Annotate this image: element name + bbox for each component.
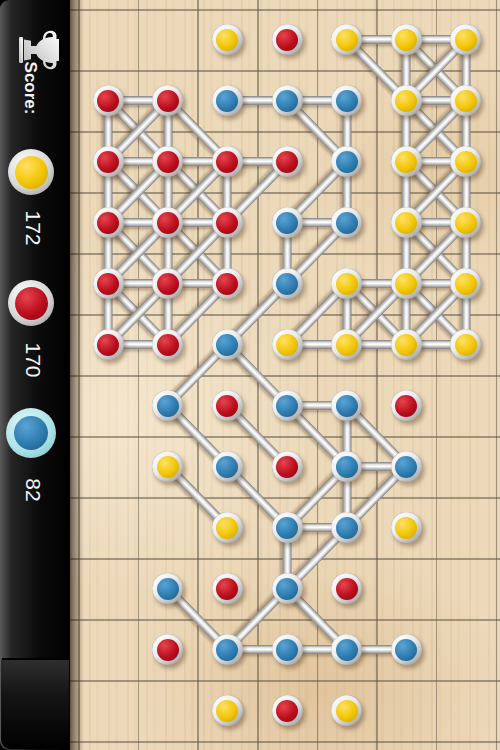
- peg-red[interactable]: [152, 634, 183, 665]
- peg-red[interactable]: [152, 207, 183, 238]
- peg-core: [336, 578, 358, 600]
- peg-blue[interactable]: [272, 573, 303, 604]
- peg-core: [395, 517, 417, 539]
- peg-core: [336, 456, 358, 478]
- peg-red[interactable]: [212, 390, 243, 421]
- peg-core: [336, 639, 358, 661]
- yellow-score: 172: [21, 210, 45, 245]
- peg-core: [395, 273, 417, 295]
- peg-core: [395, 29, 417, 51]
- peg-core: [336, 29, 358, 51]
- peg-core: [276, 639, 298, 661]
- peg-core: [216, 578, 238, 600]
- peg-yellow[interactable]: [450, 146, 481, 177]
- sidebar-bottom-section: [1, 660, 69, 749]
- peg-red[interactable]: [212, 207, 243, 238]
- peg-core: [216, 212, 238, 234]
- peg-core: [336, 517, 358, 539]
- peg-core: [455, 273, 477, 295]
- peg-yellow[interactable]: [450, 24, 481, 55]
- peg-core: [276, 395, 298, 417]
- peg-core: [336, 273, 358, 295]
- peg-yellow[interactable]: [391, 146, 422, 177]
- peg-blue[interactable]: [331, 207, 362, 238]
- peg-core: [455, 334, 477, 356]
- peg-blue[interactable]: [272, 85, 303, 116]
- peg-blue[interactable]: [331, 634, 362, 665]
- peg-blue[interactable]: [331, 512, 362, 543]
- peg-blue[interactable]: [152, 390, 183, 421]
- peg-yellow[interactable]: [450, 85, 481, 116]
- peg-blue[interactable]: [331, 451, 362, 482]
- peg-yellow[interactable]: [450, 268, 481, 299]
- peg-blue[interactable]: [331, 85, 362, 116]
- board-edge-shadow: [70, 0, 84, 750]
- peg-blue[interactable]: [212, 85, 243, 116]
- red-disc-core: [15, 287, 48, 320]
- peg-core: [97, 90, 119, 112]
- peg-red[interactable]: [152, 329, 183, 360]
- peg-core: [216, 273, 238, 295]
- peg-core: [395, 334, 417, 356]
- peg-blue[interactable]: [331, 146, 362, 177]
- peg-red[interactable]: [331, 573, 362, 604]
- peg-yellow[interactable]: [450, 329, 481, 360]
- peg-core: [276, 90, 298, 112]
- peg-core: [216, 700, 238, 722]
- peg-core: [276, 517, 298, 539]
- game-board[interactable]: [70, 0, 500, 750]
- peg-yellow[interactable]: [212, 24, 243, 55]
- peg-yellow[interactable]: [331, 268, 362, 299]
- red-player-disc: [8, 280, 54, 326]
- peg-red[interactable]: [272, 146, 303, 177]
- peg-core: [336, 395, 358, 417]
- peg-yellow[interactable]: [391, 512, 422, 543]
- peg-yellow[interactable]: [391, 268, 422, 299]
- peg-core: [276, 151, 298, 173]
- peg-core: [276, 456, 298, 478]
- grid-line: [317, 0, 319, 750]
- peg-core: [455, 29, 477, 51]
- peg-red[interactable]: [272, 24, 303, 55]
- peg-core: [455, 212, 477, 234]
- peg-core: [216, 456, 238, 478]
- peg-core: [276, 334, 298, 356]
- peg-blue[interactable]: [272, 390, 303, 421]
- peg-yellow[interactable]: [391, 329, 422, 360]
- peg-core: [216, 334, 238, 356]
- blue-player-disc-active: [6, 408, 56, 458]
- peg-core: [395, 151, 417, 173]
- peg-blue[interactable]: [272, 512, 303, 543]
- peg-core: [97, 151, 119, 173]
- score-label: Score:: [20, 62, 40, 115]
- peg-yellow[interactable]: [331, 24, 362, 55]
- peg-core: [276, 29, 298, 51]
- peg-yellow[interactable]: [212, 695, 243, 726]
- peg-core: [157, 395, 179, 417]
- peg-blue[interactable]: [331, 390, 362, 421]
- peg-blue[interactable]: [272, 207, 303, 238]
- peg-core: [97, 334, 119, 356]
- peg-red[interactable]: [93, 207, 124, 238]
- peg-core: [276, 212, 298, 234]
- peg-blue[interactable]: [212, 634, 243, 665]
- peg-core: [395, 90, 417, 112]
- grid-line: [496, 0, 498, 750]
- game-screen: Score: 172 170 82: [0, 0, 500, 750]
- peg-core: [216, 639, 238, 661]
- peg-red[interactable]: [93, 85, 124, 116]
- peg-red[interactable]: [152, 146, 183, 177]
- grid-line: [436, 0, 438, 750]
- peg-core: [336, 212, 358, 234]
- peg-core: [157, 151, 179, 173]
- peg-core: [276, 578, 298, 600]
- peg-blue[interactable]: [212, 329, 243, 360]
- peg-red[interactable]: [391, 390, 422, 421]
- peg-core: [216, 151, 238, 173]
- peg-core: [336, 334, 358, 356]
- peg-core: [216, 517, 238, 539]
- peg-core: [276, 700, 298, 722]
- peg-core: [395, 639, 417, 661]
- yellow-player-disc: [8, 149, 54, 195]
- peg-core: [395, 456, 417, 478]
- peg-blue[interactable]: [272, 268, 303, 299]
- peg-blue[interactable]: [212, 451, 243, 482]
- grid-line: [376, 0, 378, 750]
- peg-blue[interactable]: [391, 451, 422, 482]
- peg-red[interactable]: [93, 146, 124, 177]
- peg-core: [455, 90, 477, 112]
- peg-core: [216, 90, 238, 112]
- peg-yellow[interactable]: [152, 451, 183, 482]
- peg-yellow[interactable]: [391, 207, 422, 238]
- peg-core: [455, 151, 477, 173]
- peg-core: [276, 273, 298, 295]
- peg-yellow[interactable]: [272, 329, 303, 360]
- peg-core: [157, 456, 179, 478]
- yellow-disc-core: [15, 156, 48, 189]
- peg-yellow[interactable]: [450, 207, 481, 238]
- peg-red[interactable]: [93, 268, 124, 299]
- blue-score: 82: [21, 478, 45, 501]
- peg-blue[interactable]: [152, 573, 183, 604]
- peg-yellow[interactable]: [331, 695, 362, 726]
- peg-yellow[interactable]: [331, 329, 362, 360]
- peg-core: [157, 334, 179, 356]
- peg-core: [157, 212, 179, 234]
- peg-core: [157, 639, 179, 661]
- score-sidebar: Score: 172 170 82: [0, 0, 70, 750]
- peg-core: [336, 90, 358, 112]
- peg-core: [97, 273, 119, 295]
- peg-red[interactable]: [93, 329, 124, 360]
- peg-yellow[interactable]: [391, 24, 422, 55]
- peg-red[interactable]: [212, 268, 243, 299]
- peg-red[interactable]: [152, 85, 183, 116]
- peg-core: [336, 151, 358, 173]
- peg-core: [216, 29, 238, 51]
- peg-red[interactable]: [212, 146, 243, 177]
- peg-blue[interactable]: [391, 634, 422, 665]
- red-score: 170: [21, 342, 45, 377]
- peg-core: [216, 395, 238, 417]
- peg-core: [97, 212, 119, 234]
- peg-blue[interactable]: [272, 634, 303, 665]
- peg-core: [336, 700, 358, 722]
- peg-yellow[interactable]: [391, 85, 422, 116]
- peg-red[interactable]: [152, 268, 183, 299]
- peg-core: [395, 395, 417, 417]
- peg-core: [157, 90, 179, 112]
- peg-core: [395, 212, 417, 234]
- peg-yellow[interactable]: [212, 512, 243, 543]
- peg-red[interactable]: [212, 573, 243, 604]
- peg-red[interactable]: [272, 451, 303, 482]
- peg-red[interactable]: [272, 695, 303, 726]
- blue-disc-core: [14, 416, 48, 450]
- peg-core: [157, 578, 179, 600]
- peg-core: [157, 273, 179, 295]
- grid-line: [138, 0, 140, 750]
